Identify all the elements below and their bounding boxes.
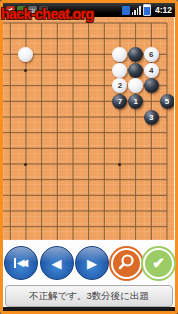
result-message: 不正解です。3数分後に出題 (29, 290, 149, 303)
phone-screen: d ψ 4:12 hack-cheat.org 6427153 ◀◀ ◀ ▶ (0, 0, 178, 314)
check-icon: ✔ (152, 254, 165, 272)
stone-white (112, 63, 127, 78)
signal-icon (132, 6, 141, 15)
stone-white-6: 6 (144, 47, 159, 62)
message-bar: 不正解です。3数分後に出題 (5, 285, 173, 307)
stone-black-1: 1 (128, 94, 143, 109)
rewind-icon: ◀◀ (14, 258, 28, 268)
go-board[interactable]: 6427153 (3, 17, 175, 240)
stone-black (128, 47, 143, 62)
step-back-button[interactable]: ◀ (40, 246, 74, 280)
check-answer-button[interactable]: ✔ (143, 248, 174, 279)
stone-black (128, 63, 143, 78)
stone-black-3: 3 (144, 110, 159, 125)
button-row: ◀◀ ◀ ▶ ✔ (3, 240, 175, 286)
stone-white-4: 4 (144, 63, 159, 78)
clock-text: 4:12 (155, 5, 172, 15)
watermark-text: hack-cheat.org (1, 6, 94, 22)
rewind-to-start-button[interactable]: ◀◀ (4, 246, 38, 280)
stone-black-5: 5 (160, 94, 175, 109)
battery-icon (143, 4, 151, 16)
stone-black (144, 78, 159, 93)
back-icon: ◀ (52, 257, 62, 270)
bottom-strip (3, 307, 175, 311)
hint-button[interactable] (111, 248, 142, 279)
pause-icon (122, 6, 130, 15)
control-panel: ◀◀ ◀ ▶ ✔ 不正解です。3数分後に出題 (3, 240, 175, 307)
step-forward-button[interactable]: ▶ (75, 246, 109, 280)
forward-icon: ▶ (87, 257, 97, 270)
magnifier-icon (115, 252, 137, 274)
